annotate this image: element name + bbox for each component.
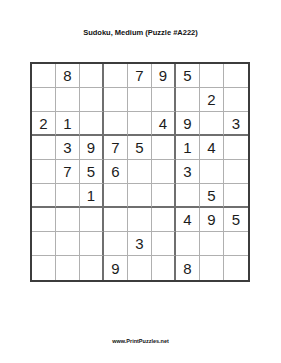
cell-r2c7[interactable] — [176, 88, 200, 112]
cell-r5c6[interactable] — [152, 160, 176, 184]
cell-r7c3[interactable] — [80, 208, 104, 232]
cell-r8c3[interactable] — [80, 232, 104, 256]
cell-r3c5[interactable] — [128, 112, 152, 136]
cell-r1c1[interactable] — [32, 64, 56, 88]
cell-r2c6[interactable] — [152, 88, 176, 112]
cell-r6c1[interactable] — [32, 184, 56, 208]
cell-r7c6[interactable] — [152, 208, 176, 232]
cell-r8c9[interactable] — [224, 232, 248, 256]
cell-r5c3[interactable]: 5 — [80, 160, 104, 184]
cell-r6c8[interactable]: 5 — [200, 184, 224, 208]
cell-r1c8[interactable] — [200, 64, 224, 88]
cell-r9c3[interactable] — [80, 256, 104, 280]
cell-r8c6[interactable] — [152, 232, 176, 256]
cell-r3c2[interactable]: 1 — [56, 112, 80, 136]
sudoku-board: 8795221493397514756315495398 — [30, 62, 250, 282]
cell-r2c8[interactable]: 2 — [200, 88, 224, 112]
cell-r3c6[interactable]: 4 — [152, 112, 176, 136]
cell-r2c2[interactable] — [56, 88, 80, 112]
cell-r5c2[interactable]: 7 — [56, 160, 80, 184]
cell-r9c6[interactable] — [152, 256, 176, 280]
cell-r4c8[interactable]: 4 — [200, 136, 224, 160]
cell-r2c3[interactable] — [80, 88, 104, 112]
cell-r5c4[interactable]: 6 — [104, 160, 128, 184]
cell-r5c9[interactable] — [224, 160, 248, 184]
cell-r5c5[interactable] — [128, 160, 152, 184]
cell-r8c4[interactable] — [104, 232, 128, 256]
cell-r4c7[interactable]: 1 — [176, 136, 200, 160]
cell-r1c3[interactable] — [80, 64, 104, 88]
cell-r9c8[interactable] — [200, 256, 224, 280]
cell-r6c2[interactable] — [56, 184, 80, 208]
cell-r8c2[interactable] — [56, 232, 80, 256]
footer-url: www.PrintPuzzles.net — [0, 338, 281, 345]
cell-r1c7[interactable]: 5 — [176, 64, 200, 88]
cell-r2c4[interactable] — [104, 88, 128, 112]
cell-r2c1[interactable] — [32, 88, 56, 112]
cell-r4c6[interactable] — [152, 136, 176, 160]
cell-r6c5[interactable] — [128, 184, 152, 208]
cell-r6c6[interactable] — [152, 184, 176, 208]
cell-r5c7[interactable]: 3 — [176, 160, 200, 184]
cell-r9c7[interactable]: 8 — [176, 256, 200, 280]
cell-r6c4[interactable] — [104, 184, 128, 208]
cell-r3c4[interactable] — [104, 112, 128, 136]
cell-r1c5[interactable]: 7 — [128, 64, 152, 88]
cell-r3c9[interactable]: 3 — [224, 112, 248, 136]
cell-r4c4[interactable]: 7 — [104, 136, 128, 160]
page-title: Sudoku, Medium (Puzzle #A222) — [0, 29, 281, 37]
cell-r1c6[interactable]: 9 — [152, 64, 176, 88]
cell-r6c9[interactable] — [224, 184, 248, 208]
cell-r2c9[interactable] — [224, 88, 248, 112]
cell-r3c1[interactable]: 2 — [32, 112, 56, 136]
cell-r7c9[interactable]: 5 — [224, 208, 248, 232]
cell-r1c4[interactable] — [104, 64, 128, 88]
cell-r8c7[interactable] — [176, 232, 200, 256]
puzzle-page: Sudoku, Medium (Puzzle #A222) 8795221493… — [0, 0, 281, 363]
cell-r5c1[interactable] — [32, 160, 56, 184]
cell-r3c3[interactable] — [80, 112, 104, 136]
cell-r8c8[interactable] — [200, 232, 224, 256]
cell-r3c8[interactable] — [200, 112, 224, 136]
cell-r4c2[interactable]: 3 — [56, 136, 80, 160]
cell-r7c7[interactable]: 4 — [176, 208, 200, 232]
cell-r4c9[interactable] — [224, 136, 248, 160]
cell-r3c7[interactable]: 9 — [176, 112, 200, 136]
cell-r9c4[interactable]: 9 — [104, 256, 128, 280]
cell-r4c5[interactable]: 5 — [128, 136, 152, 160]
cell-r8c1[interactable] — [32, 232, 56, 256]
cell-r7c8[interactable]: 9 — [200, 208, 224, 232]
cell-r1c2[interactable]: 8 — [56, 64, 80, 88]
cell-r7c2[interactable] — [56, 208, 80, 232]
cell-r4c1[interactable] — [32, 136, 56, 160]
cell-r1c9[interactable] — [224, 64, 248, 88]
cell-r7c4[interactable] — [104, 208, 128, 232]
cell-r9c2[interactable] — [56, 256, 80, 280]
cell-r6c7[interactable] — [176, 184, 200, 208]
cell-r2c5[interactable] — [128, 88, 152, 112]
cell-r8c5[interactable]: 3 — [128, 232, 152, 256]
cell-r4c3[interactable]: 9 — [80, 136, 104, 160]
cell-r9c1[interactable] — [32, 256, 56, 280]
cell-r9c9[interactable] — [224, 256, 248, 280]
cell-r7c5[interactable] — [128, 208, 152, 232]
cell-r5c8[interactable] — [200, 160, 224, 184]
cell-r6c3[interactable]: 1 — [80, 184, 104, 208]
cell-r7c1[interactable] — [32, 208, 56, 232]
cell-r9c5[interactable] — [128, 256, 152, 280]
